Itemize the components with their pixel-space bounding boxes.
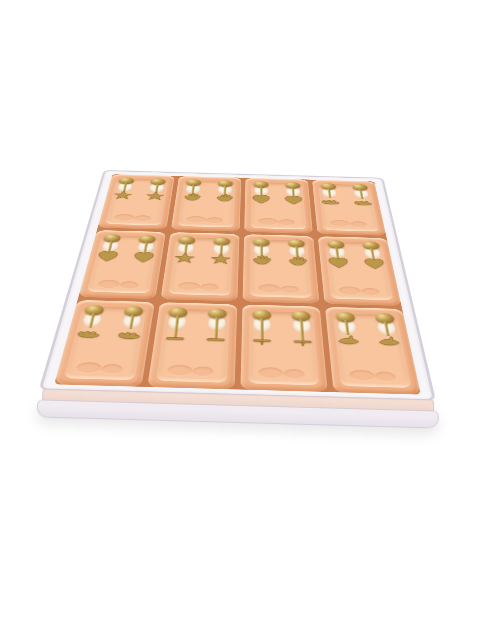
heart-charm-icon bbox=[363, 257, 386, 271]
tray-grid bbox=[54, 174, 421, 394]
earring-stud bbox=[142, 178, 169, 205]
tray-r3c1 bbox=[54, 300, 155, 387]
hand-charm-icon bbox=[182, 192, 202, 203]
earring-stud bbox=[317, 183, 342, 210]
heart-charm-icon bbox=[327, 256, 349, 270]
earring-stud bbox=[250, 181, 272, 208]
earring-stud bbox=[287, 310, 317, 352]
earring-stud bbox=[282, 182, 306, 209]
earring-pair bbox=[243, 238, 316, 273]
tray-r2c3 bbox=[243, 234, 320, 303]
tbar-tip-back-icon bbox=[291, 330, 315, 347]
earring-stud bbox=[324, 240, 353, 274]
earring-pair bbox=[165, 236, 239, 271]
star-charm-icon bbox=[174, 252, 196, 266]
script-charm-icon bbox=[116, 326, 142, 343]
earring-stud bbox=[349, 184, 376, 211]
tray-r3c2 bbox=[147, 302, 237, 389]
script-charm-icon bbox=[75, 324, 102, 341]
earring-stud bbox=[358, 241, 389, 275]
earring-stud bbox=[201, 308, 231, 350]
hand-charm-icon bbox=[287, 255, 308, 269]
tray-r3c3 bbox=[240, 304, 327, 392]
hand-charm-icon bbox=[215, 193, 234, 204]
earring-stud bbox=[171, 236, 199, 269]
tbar-tip-back-icon bbox=[250, 329, 273, 346]
earring-pair bbox=[312, 183, 380, 211]
script-charm-icon bbox=[321, 196, 341, 207]
star-charm-icon bbox=[210, 253, 231, 267]
tbar-back-icon bbox=[163, 327, 188, 344]
earring-pair bbox=[87, 234, 165, 269]
earring-stud bbox=[248, 309, 276, 351]
tray-r1c3 bbox=[244, 178, 313, 234]
tbar-back-icon bbox=[204, 328, 228, 345]
tray-r2c2 bbox=[161, 232, 240, 301]
tray-r2c4 bbox=[318, 236, 402, 305]
earring-pair bbox=[175, 179, 242, 207]
bird-charm-icon bbox=[336, 332, 361, 349]
earring-stud bbox=[160, 307, 192, 349]
scene bbox=[0, 0, 480, 640]
tray-r1c1 bbox=[98, 174, 175, 230]
star-charm-icon bbox=[145, 191, 165, 202]
earring-stud bbox=[72, 304, 109, 346]
script-charm-icon bbox=[353, 197, 373, 208]
earring-pair bbox=[318, 240, 395, 275]
earring-pair bbox=[65, 304, 154, 347]
earring-stud bbox=[129, 235, 159, 268]
tray-r2c1 bbox=[78, 230, 165, 299]
heart-charm-icon bbox=[252, 194, 271, 205]
earring-stud bbox=[213, 180, 237, 207]
hand-charm-icon bbox=[251, 254, 272, 268]
earring-stud bbox=[370, 312, 405, 354]
earring-stud bbox=[93, 234, 125, 267]
jewelry-box bbox=[38, 170, 436, 402]
bird-charm-icon bbox=[376, 333, 402, 350]
earring-stud bbox=[180, 179, 205, 206]
heart-charm-icon bbox=[132, 251, 155, 265]
tray-r3c4 bbox=[325, 307, 421, 395]
heart-charm-icon bbox=[284, 195, 303, 206]
earring-stud bbox=[110, 177, 138, 204]
tray-r1c4 bbox=[312, 180, 386, 236]
earring-stud bbox=[113, 306, 148, 348]
earring-pair bbox=[104, 177, 174, 205]
tray-r1c2 bbox=[171, 176, 241, 232]
earring-stud bbox=[249, 238, 274, 271]
heart-charm-icon bbox=[96, 250, 120, 264]
earring-stud bbox=[284, 239, 310, 272]
earring-pair bbox=[245, 181, 311, 209]
earring-pair bbox=[153, 307, 237, 350]
earring-pair bbox=[241, 309, 324, 353]
earring-stud bbox=[208, 237, 234, 270]
earring-stud bbox=[332, 311, 365, 353]
earring-pair bbox=[325, 311, 412, 355]
photo-stage bbox=[0, 0, 480, 640]
star-charm-icon bbox=[112, 190, 133, 201]
